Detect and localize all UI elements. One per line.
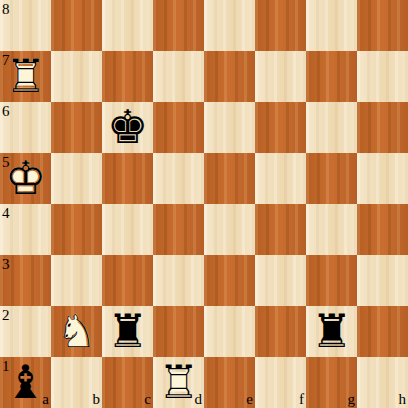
rank-label-6: 6 [2, 104, 10, 119]
square-g1[interactable]: g [306, 357, 357, 408]
rank-label-3: 3 [2, 257, 10, 272]
square-b5[interactable] [51, 153, 102, 204]
square-g6[interactable] [306, 102, 357, 153]
white-rook-a7[interactable]: ♜♖ [0, 51, 51, 102]
black-bishop-a1[interactable]: ♝ [0, 357, 51, 408]
square-f7[interactable] [255, 51, 306, 102]
square-e5[interactable] [204, 153, 255, 204]
piece-glyph: ♘ [51, 306, 102, 357]
square-e2[interactable] [204, 306, 255, 357]
square-h6[interactable] [357, 102, 408, 153]
square-h2[interactable] [357, 306, 408, 357]
square-a4[interactable]: 4 [0, 204, 51, 255]
square-g7[interactable] [306, 51, 357, 102]
piece-glyph: ♚ [102, 102, 153, 153]
square-a7[interactable]: 7♜♖ [0, 51, 51, 102]
piece-glyph: ♜ [306, 306, 357, 357]
file-label-h: h [399, 392, 407, 407]
file-label-f: f [299, 392, 304, 407]
white-knight-b2[interactable]: ♞♘ [51, 306, 102, 357]
square-e8[interactable] [204, 0, 255, 51]
square-e3[interactable] [204, 255, 255, 306]
square-b7[interactable] [51, 51, 102, 102]
file-label-c: c [144, 392, 151, 407]
white-rook-d1[interactable]: ♜♖ [153, 357, 204, 408]
square-b8[interactable] [51, 0, 102, 51]
square-e1[interactable]: e [204, 357, 255, 408]
square-b1[interactable]: b [51, 357, 102, 408]
square-a3[interactable]: 3 [0, 255, 51, 306]
square-d5[interactable] [153, 153, 204, 204]
rank-label-8: 8 [2, 2, 10, 17]
file-label-e: e [246, 392, 253, 407]
square-e6[interactable] [204, 102, 255, 153]
square-f3[interactable] [255, 255, 306, 306]
square-b6[interactable] [51, 102, 102, 153]
square-c4[interactable] [102, 204, 153, 255]
square-h3[interactable] [357, 255, 408, 306]
square-d1[interactable]: d♜♖ [153, 357, 204, 408]
square-c5[interactable] [102, 153, 153, 204]
square-a6[interactable]: 6 [0, 102, 51, 153]
square-f5[interactable] [255, 153, 306, 204]
square-c3[interactable] [102, 255, 153, 306]
square-d3[interactable] [153, 255, 204, 306]
square-a2[interactable]: 2 [0, 306, 51, 357]
black-rook-g2[interactable]: ♜ [306, 306, 357, 357]
square-g8[interactable] [306, 0, 357, 51]
file-label-g: g [348, 392, 356, 407]
square-c2[interactable]: ♜ [102, 306, 153, 357]
square-h1[interactable]: h [357, 357, 408, 408]
square-h7[interactable] [357, 51, 408, 102]
square-f2[interactable] [255, 306, 306, 357]
piece-glyph: ♖ [0, 51, 51, 102]
rank-label-4: 4 [2, 206, 10, 221]
square-e4[interactable] [204, 204, 255, 255]
square-h8[interactable] [357, 0, 408, 51]
square-g2[interactable]: ♜ [306, 306, 357, 357]
square-a8[interactable]: 8 [0, 0, 51, 51]
square-g5[interactable] [306, 153, 357, 204]
square-f1[interactable]: f [255, 357, 306, 408]
square-f4[interactable] [255, 204, 306, 255]
piece-glyph: ♝ [0, 357, 51, 408]
square-b4[interactable] [51, 204, 102, 255]
square-c8[interactable] [102, 0, 153, 51]
square-c1[interactable]: c [102, 357, 153, 408]
square-d8[interactable] [153, 0, 204, 51]
square-h4[interactable] [357, 204, 408, 255]
square-d2[interactable] [153, 306, 204, 357]
square-c6[interactable]: ♚ [102, 102, 153, 153]
square-a5[interactable]: 5♚♔ [0, 153, 51, 204]
square-f8[interactable] [255, 0, 306, 51]
square-c7[interactable] [102, 51, 153, 102]
square-d7[interactable] [153, 51, 204, 102]
square-b3[interactable] [51, 255, 102, 306]
rank-label-2: 2 [2, 308, 10, 323]
chess-board: 87♜♖6♚5♚♔432♞♘♜♜1a♝bcd♜♖efgh [0, 0, 408, 408]
piece-glyph: ♔ [0, 153, 51, 204]
square-g4[interactable] [306, 204, 357, 255]
square-f6[interactable] [255, 102, 306, 153]
square-d4[interactable] [153, 204, 204, 255]
square-d6[interactable] [153, 102, 204, 153]
black-rook-c2[interactable]: ♜ [102, 306, 153, 357]
file-label-b: b [93, 392, 101, 407]
piece-glyph: ♖ [153, 357, 204, 408]
square-e7[interactable] [204, 51, 255, 102]
square-g3[interactable] [306, 255, 357, 306]
black-king-c6[interactable]: ♚ [102, 102, 153, 153]
square-a1[interactable]: 1a♝ [0, 357, 51, 408]
square-h5[interactable] [357, 153, 408, 204]
white-king-a5[interactable]: ♚♔ [0, 153, 51, 204]
square-b2[interactable]: ♞♘ [51, 306, 102, 357]
piece-glyph: ♜ [102, 306, 153, 357]
